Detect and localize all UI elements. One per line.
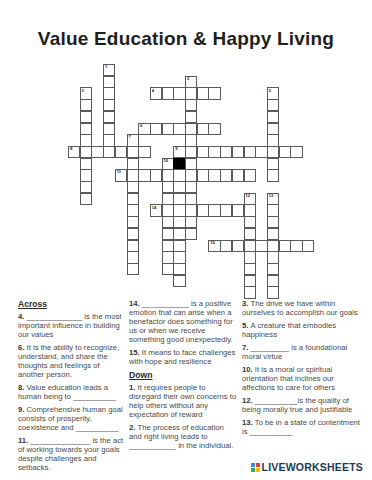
clue-13-down: 13. To be in a state of contentment is _… [242,418,364,436]
grid-cell[interactable] [267,286,279,298]
grid-cell[interactable] [173,169,185,181]
grid-cell[interactable] [185,216,197,228]
grid-cell[interactable] [173,204,185,216]
grid-cell[interactable] [173,251,185,263]
grid-cell[interactable] [267,158,279,170]
grid-cell[interactable] [103,146,115,158]
grid-cell[interactable] [267,123,279,135]
clue-column-across: Across 4. _____________ is the most impo… [18,299,124,476]
grid-cell[interactable] [127,146,139,158]
clue-number: 15 [210,241,215,246]
grid-cell[interactable] [267,228,279,240]
across-clues-2: 14. ___________ is a positive emotion th… [129,299,238,366]
grid-cell[interactable] [267,240,279,252]
grid-cell[interactable] [138,146,150,158]
grid-cell[interactable] [162,216,174,228]
grid-cell[interactable]: 14 [150,204,162,216]
logo-color-square [251,463,255,467]
grid-cell[interactable] [290,240,302,252]
grid-cell[interactable] [103,111,115,123]
grid-cell[interactable] [267,99,279,111]
clue-1-down: 1. It requires people to disregard their… [129,383,238,419]
grid-cell[interactable] [173,87,185,99]
grid-cell[interactable] [162,87,174,99]
grid-cell[interactable] [185,87,197,99]
clue-10-down: 10. It is a moral or spiritual orientati… [242,365,364,392]
grid-cell[interactable]: 9 [173,146,185,158]
grid-cell[interactable]: 2 [185,76,197,88]
grid-cell[interactable] [80,134,92,146]
grid-cell[interactable] [197,87,209,99]
grid-cell[interactable] [244,263,256,275]
grid-cell[interactable] [127,181,139,193]
grid-cell[interactable] [80,146,92,158]
grid-cell[interactable] [185,158,197,170]
grid-cell[interactable] [208,87,220,99]
grid-cell[interactable]: 15 [208,240,220,252]
grid-cell[interactable] [208,123,220,135]
grid-cell[interactable] [150,123,162,135]
grid-cell[interactable] [279,240,291,252]
grid-cell[interactable] [103,123,115,135]
grid-cell[interactable] [173,275,185,287]
grid-cell[interactable] [162,228,174,240]
grid-cell[interactable] [244,146,256,158]
grid-cell[interactable] [80,169,92,181]
grid-cell[interactable] [267,275,279,287]
grid-cell[interactable] [267,111,279,123]
grid-cell[interactable]: 7 [127,134,139,146]
grid-cell[interactable] [185,169,197,181]
brand-name: LIVEWORKSHEETS [262,461,363,473]
grid-cell[interactable] [267,204,279,216]
grid-cell[interactable] [244,240,256,252]
grid-cell[interactable] [185,134,197,146]
down-clues-2: 3. The drive we have within ourselves to… [242,299,364,436]
grid-cell[interactable] [208,169,220,181]
clue-number: 11 [117,170,121,175]
grid-cell[interactable] [127,169,139,181]
grid-cell[interactable] [185,111,197,123]
grid-cell[interactable] [185,123,197,135]
black-cell [173,158,185,170]
grid-cell[interactable] [267,251,279,263]
grid-cell[interactable] [162,263,174,275]
grid-cell[interactable]: 6 [138,123,150,135]
grid-cell[interactable] [197,146,209,158]
grid-cell[interactable] [232,169,244,181]
grid-cell[interactable] [173,228,185,240]
grid-cell[interactable] [103,76,115,88]
clue-number: 9 [175,147,177,152]
grid-cell[interactable] [302,240,314,252]
grid-cell[interactable] [244,169,256,181]
grid-cell[interactable] [138,169,150,181]
grid-cell[interactable]: 10 [162,158,174,170]
grid-cell[interactable]: 13 [267,193,279,205]
grid-cell[interactable] [80,99,92,111]
grid-cell[interactable] [197,169,209,181]
grid-cell[interactable] [127,228,139,240]
clue-column-down: 3. The drive we have within ourselves to… [242,299,364,440]
grid-cell[interactable] [80,123,92,135]
grid-cell[interactable] [244,275,256,287]
clue-7-down: 7. _________ is a foundational moral vir… [242,343,364,361]
clue-9-across: 9. Comprehensive human goal consists of … [18,405,124,432]
grid-cell[interactable] [127,204,139,216]
grid-cell[interactable] [208,146,220,158]
puzzle-title: Value Education & Happy Living [0,28,372,50]
grid-cell[interactable] [185,99,197,111]
liveworksheets-logo[interactable]: LIVEWORKSHEETS [251,461,363,473]
grid-cell[interactable] [91,146,103,158]
grid-cell[interactable] [267,216,279,228]
clue-number: 13 [269,194,274,199]
grid-cell[interactable]: 1 [103,64,115,76]
grid-cell[interactable] [267,134,279,146]
grid-cell[interactable] [162,240,174,252]
clue-number: 8 [70,147,72,152]
clue-number: 12 [245,194,250,199]
clue-3-down: 3. The drive we have within ourselves to… [242,299,364,317]
grid-cell[interactable] [244,216,256,228]
clue-5-down: 5. A creature that embodies happiness [242,321,364,339]
grid-cell[interactable] [279,146,291,158]
grid-cell[interactable] [127,251,139,263]
clue-number: 10 [163,159,168,164]
grid-cell[interactable]: 11 [115,169,127,181]
clue-number: 5 [269,89,271,94]
grid-cell[interactable] [127,263,139,275]
grid-cell[interactable] [185,146,197,158]
grid-cell[interactable] [127,158,139,170]
grid-cell[interactable] [185,193,197,205]
grid-cell[interactable] [208,204,220,216]
logo-color-square [256,468,260,472]
grid-cell[interactable] [162,193,174,205]
logo-color-square [256,463,260,467]
grid-cell[interactable]: 12 [244,193,256,205]
clue-number: 1 [105,65,107,70]
grid-cell[interactable] [115,146,127,158]
grid-cell[interactable] [173,193,185,205]
grid-cell[interactable] [173,240,185,252]
grid-cell[interactable] [244,204,256,216]
grid-cell[interactable] [173,216,185,228]
grid-cell[interactable] [150,169,162,181]
grid-cell[interactable] [220,240,232,252]
grid-cell[interactable] [185,228,197,240]
logo-color-square [251,468,255,472]
grid-cell[interactable]: 4 [150,87,162,99]
across-clues-1: 4. _____________ is the most important i… [18,312,124,472]
grid-cell[interactable] [80,181,92,193]
grid-cell[interactable] [232,204,244,216]
grid-cell[interactable] [197,204,209,216]
clue-number: 3 [82,89,84,94]
clue-4-across: 4. _____________ is the most important i… [18,312,124,339]
grid-cell[interactable] [127,193,139,205]
grid-cell[interactable] [103,99,115,111]
grid-cell[interactable] [127,240,139,252]
clue-14-across: 14. ___________ is a positive emotion th… [129,299,238,344]
grid-cell[interactable] [162,169,174,181]
grid-cell[interactable] [80,158,92,170]
grid-cell[interactable] [185,181,197,193]
liveworksheets-grid-logo-icon [251,463,260,472]
clue-12-down: 12. __________is the quality of being mo… [242,396,364,414]
clue-11-across: 11. ______________ is the act of working… [18,436,124,472]
grid-cell[interactable] [80,193,92,205]
grid-cell[interactable] [244,251,256,263]
grid-cell[interactable] [255,240,267,252]
clue-number: 2 [187,77,189,82]
grid-cell[interactable] [197,123,209,135]
grid-cell[interactable]: 8 [68,146,80,158]
grid-cell[interactable] [127,216,139,228]
clue-6-across: 6. It is the ability to recognize, under… [18,343,124,379]
clue-number: 4 [152,89,154,94]
grid-cell[interactable] [220,169,232,181]
grid-cell[interactable] [185,204,197,216]
grid-cell[interactable] [267,263,279,275]
grid-cell[interactable] [255,146,267,158]
across-header: Across [18,299,124,309]
crossword-grid: 123456789101112131415 [68,64,314,299]
clue-number: 6 [140,124,142,129]
grid-cell[interactable]: 5 [267,87,279,99]
grid-cell[interactable] [220,204,232,216]
grid-cell[interactable] [232,240,244,252]
grid-cell[interactable] [173,263,185,275]
grid-cell[interactable] [267,146,279,158]
clue-column-middle: 14. ___________ is a positive emotion th… [129,299,238,454]
grid-cell[interactable] [162,181,174,193]
grid-cell[interactable]: 3 [80,87,92,99]
grid-cell[interactable] [162,204,174,216]
grid-cell[interactable] [103,87,115,99]
grid-cell[interactable] [80,111,92,123]
down-clues-1: 1. It requires people to disregard their… [129,383,238,450]
grid-cell[interactable] [173,181,185,193]
grid-cell[interactable] [162,123,174,135]
grid-cell[interactable] [232,146,244,158]
grid-cell[interactable] [220,146,232,158]
grid-cell[interactable] [173,123,185,135]
grid-cell[interactable] [290,146,302,158]
clue-15-across: 15. It means to face challenges with hop… [129,348,238,366]
grid-cell[interactable] [162,251,174,263]
grid-cell[interactable] [244,286,256,298]
clue-8-across: 8. Value education leads a human being t… [18,383,124,401]
clue-2-down: 2. The process of education and right li… [129,423,238,450]
clue-number: 7 [128,135,130,140]
down-header: Down [129,370,238,380]
clue-number: 14 [152,206,157,211]
grid-cell[interactable] [103,134,115,146]
grid-cell[interactable] [267,169,279,181]
grid-cell[interactable] [244,228,256,240]
